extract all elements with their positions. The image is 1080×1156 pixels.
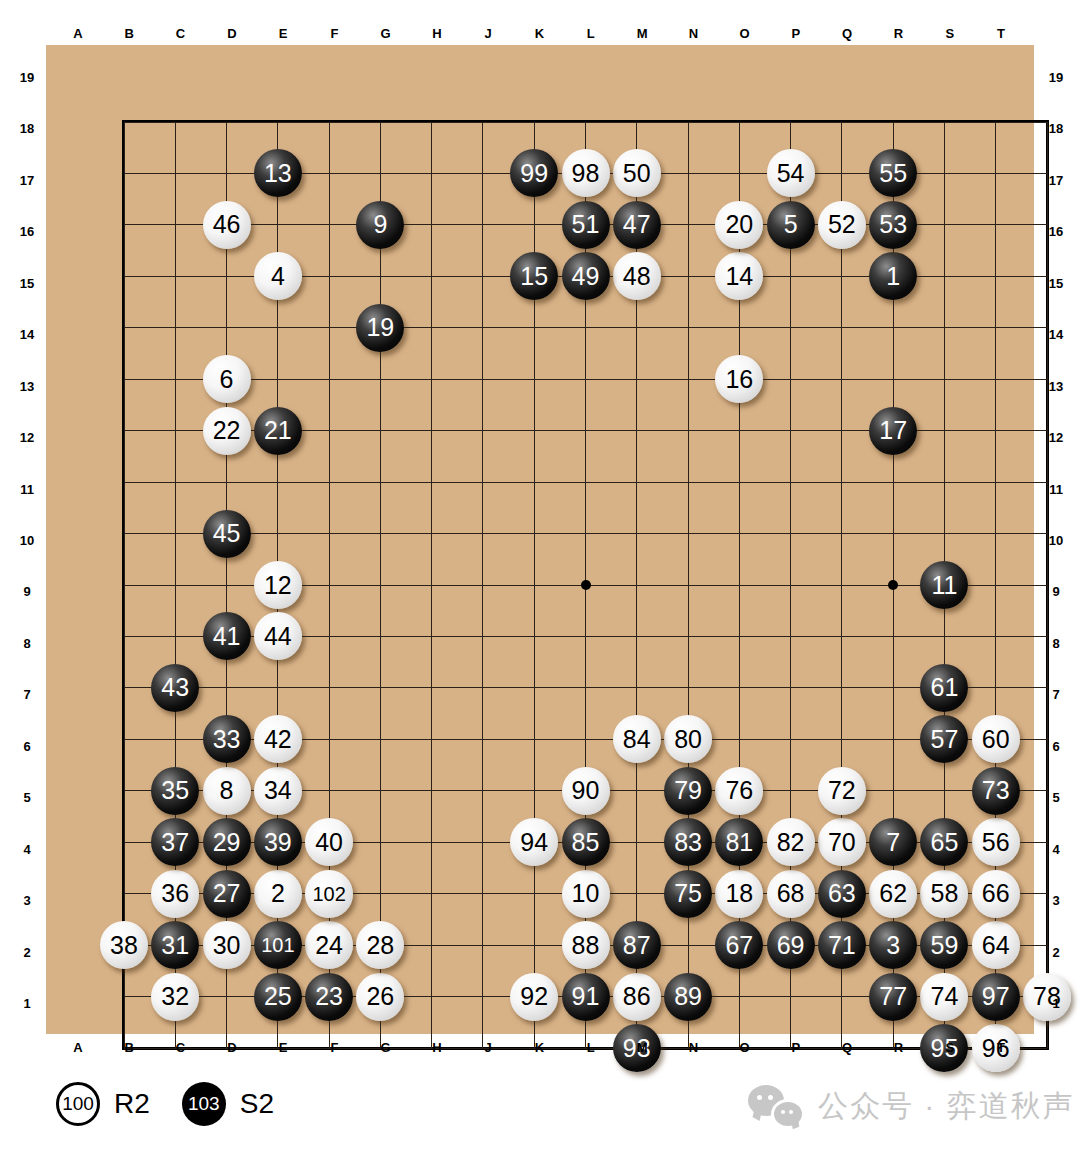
- stone-black-59: 59: [920, 921, 968, 969]
- stone-white-72: 72: [818, 767, 866, 815]
- stone-move-number: 76: [725, 778, 753, 803]
- go-board: 1234567891011121314151617181920212223242…: [46, 45, 1034, 1034]
- coord-left-13: 13: [20, 378, 34, 393]
- stone-move-number: 61: [931, 675, 959, 700]
- stone-move-number: 35: [161, 778, 189, 803]
- coord-bottom-T: T: [997, 1040, 1005, 1055]
- stone-black-71: 71: [818, 921, 866, 969]
- coord-left-10: 10: [20, 533, 34, 548]
- stone-move-number: 59: [931, 933, 959, 958]
- coord-bottom-L: L: [587, 1040, 595, 1055]
- stone-black-55: 55: [869, 149, 917, 197]
- stone-white-96: 96: [972, 1024, 1020, 1072]
- coord-bottom-H: H: [432, 1040, 441, 1055]
- stone-white-92: 92: [510, 973, 558, 1021]
- stone-white-48: 48: [613, 252, 661, 300]
- coord-left-17: 17: [20, 172, 34, 187]
- coord-bottom-O: O: [740, 1040, 750, 1055]
- coord-bottom-G: G: [381, 1040, 391, 1055]
- stone-white-34: 34: [254, 767, 302, 815]
- stone-white-38: 38: [100, 921, 148, 969]
- coord-right-8: 8: [1052, 635, 1059, 650]
- stone-move-number: 50: [623, 161, 651, 186]
- stone-black-73: 73: [972, 767, 1020, 815]
- stone-move-number: 1: [886, 264, 900, 289]
- coord-top-D: D: [227, 26, 236, 41]
- stone-move-number: 16: [725, 367, 753, 392]
- stone-move-number: 2: [271, 881, 285, 906]
- stone-white-40: 40: [305, 818, 353, 866]
- stone-white-84: 84: [613, 715, 661, 763]
- stone-move-number: 48: [623, 264, 651, 289]
- stone-black-11: 11: [920, 561, 968, 609]
- stone-white-90: 90: [562, 767, 610, 815]
- stone-move-number: 88: [572, 933, 600, 958]
- stone-move-number: 60: [982, 727, 1010, 752]
- coord-top-G: G: [381, 26, 391, 41]
- stone-move-number: 34: [264, 778, 292, 803]
- stone-move-number: 56: [982, 830, 1010, 855]
- go-board-grid: 1234567891011121314151617181920212223242…: [124, 122, 1047, 1048]
- coord-bottom-Q: Q: [842, 1040, 852, 1055]
- coord-top-F: F: [330, 26, 338, 41]
- coord-top-S: S: [945, 26, 954, 41]
- stone-move-number: 47: [623, 212, 651, 237]
- stone-move-number: 63: [828, 881, 856, 906]
- stone-white-62: 62: [869, 870, 917, 918]
- stone-move-number: 20: [725, 212, 753, 237]
- caption-stone-number: 103: [188, 1093, 220, 1115]
- coord-top-P: P: [792, 26, 801, 41]
- stone-move-number: 49: [572, 264, 600, 289]
- star-point: [888, 580, 898, 590]
- stone-white-36: 36: [151, 870, 199, 918]
- coord-left-8: 8: [23, 635, 30, 650]
- stone-move-number: 26: [366, 984, 394, 1009]
- stone-black-87: 87: [613, 921, 661, 969]
- stone-move-number: 83: [674, 830, 702, 855]
- stone-white-68: 68: [767, 870, 815, 918]
- stone-black-85: 85: [562, 818, 610, 866]
- stone-move-number: 22: [213, 418, 241, 443]
- stone-white-14: 14: [715, 252, 763, 300]
- stone-move-number: 21: [264, 418, 292, 443]
- coord-top-T: T: [997, 26, 1005, 41]
- coord-right-18: 18: [1049, 121, 1063, 136]
- stone-white-86: 86: [613, 973, 661, 1021]
- stone-black-83: 83: [664, 818, 712, 866]
- coord-top-R: R: [894, 26, 903, 41]
- coord-right-3: 3: [1052, 893, 1059, 908]
- stone-white-26: 26: [356, 973, 404, 1021]
- stone-white-10: 10: [562, 870, 610, 918]
- stone-move-number: 55: [879, 161, 907, 186]
- stone-move-number: 87: [623, 933, 651, 958]
- stone-move-number: 80: [674, 727, 702, 752]
- coord-right-11: 11: [1049, 481, 1063, 496]
- stone-move-number: 9: [373, 212, 387, 237]
- coord-top-N: N: [689, 26, 698, 41]
- stone-black-97: 97: [972, 973, 1020, 1021]
- stone-move-number: 29: [213, 830, 241, 855]
- stone-move-number: 3: [886, 933, 900, 958]
- stone-move-number: 23: [315, 984, 343, 1009]
- coord-left-4: 4: [23, 841, 30, 856]
- coord-right-9: 9: [1052, 584, 1059, 599]
- coord-right-1: 1: [1052, 996, 1059, 1011]
- stone-black-25: 25: [254, 973, 302, 1021]
- stone-black-39: 39: [254, 818, 302, 866]
- coord-right-17: 17: [1049, 172, 1063, 187]
- stone-white-58: 58: [920, 870, 968, 918]
- stone-move-number: 66: [982, 881, 1010, 906]
- stone-move-number: 70: [828, 830, 856, 855]
- coord-top-B: B: [125, 26, 134, 41]
- coord-top-H: H: [432, 26, 441, 41]
- stone-black-37: 37: [151, 818, 199, 866]
- stone-move-number: 73: [982, 778, 1010, 803]
- stone-move-number: 27: [213, 881, 241, 906]
- stone-white-82: 82: [767, 818, 815, 866]
- coord-left-1: 1: [23, 996, 30, 1011]
- stone-black-65: 65: [920, 818, 968, 866]
- stone-black-15: 15: [510, 252, 558, 300]
- wechat-icon: [748, 1082, 804, 1130]
- coord-top-Q: Q: [842, 26, 852, 41]
- stone-white-42: 42: [254, 715, 302, 763]
- stone-white-64: 64: [972, 921, 1020, 969]
- stone-move-number: 86: [623, 984, 651, 1009]
- coord-right-6: 6: [1052, 738, 1059, 753]
- stone-move-number: 69: [777, 933, 805, 958]
- stone-black-61: 61: [920, 664, 968, 712]
- stone-move-number: 15: [520, 264, 548, 289]
- stone-move-number: 89: [674, 984, 702, 1009]
- stone-move-number: 25: [264, 984, 292, 1009]
- stone-move-number: 85: [572, 830, 600, 855]
- stone-move-number: 11: [931, 573, 957, 598]
- caption-point-label: R2: [114, 1088, 150, 1120]
- grid-line-horizontal: [124, 1048, 1047, 1049]
- stone-black-29: 29: [203, 818, 251, 866]
- stone-move-number: 6: [220, 367, 234, 392]
- stone-move-number: 14: [725, 264, 753, 289]
- stone-white-20: 20: [715, 201, 763, 249]
- coord-top-J: J: [485, 26, 492, 41]
- stone-move-number: 99: [520, 161, 548, 186]
- stone-move-number: 94: [520, 830, 548, 855]
- stone-white-30: 30: [203, 921, 251, 969]
- coord-right-13: 13: [1049, 378, 1063, 393]
- stone-move-number: 19: [366, 315, 394, 340]
- stone-move-number: 38: [110, 933, 138, 958]
- stone-move-number: 101: [261, 935, 294, 955]
- stone-move-number: 84: [623, 727, 651, 752]
- stone-move-number: 17: [879, 418, 907, 443]
- coord-right-7: 7: [1052, 687, 1059, 702]
- stone-white-6: 6: [203, 355, 251, 403]
- stone-white-52: 52: [818, 201, 866, 249]
- stone-move-number: 7: [886, 830, 900, 855]
- grid-line-vertical: [1047, 122, 1048, 1048]
- stone-black-51: 51: [562, 201, 610, 249]
- stone-black-67: 67: [715, 921, 763, 969]
- stone-move-number: 65: [931, 830, 959, 855]
- stone-move-number: 68: [777, 881, 805, 906]
- stone-black-57: 57: [920, 715, 968, 763]
- stone-move-number: 44: [264, 624, 292, 649]
- stone-move-number: 52: [828, 212, 856, 237]
- stone-move-number: 77: [879, 984, 907, 1009]
- stone-black-43: 43: [151, 664, 199, 712]
- coord-bottom-N: N: [689, 1040, 698, 1055]
- stone-move-number: 30: [213, 933, 241, 958]
- stone-move-number: 92: [520, 984, 548, 1009]
- stone-white-50: 50: [613, 149, 661, 197]
- stone-move-number: 40: [315, 830, 343, 855]
- stone-move-number: 13: [264, 161, 292, 186]
- stone-move-number: 97: [982, 984, 1010, 1009]
- stone-white-16: 16: [715, 355, 763, 403]
- stone-white-12: 12: [254, 561, 302, 609]
- stone-move-number: 39: [264, 830, 292, 855]
- grid-line-horizontal: [124, 687, 1047, 688]
- stone-move-number: 91: [572, 984, 600, 1009]
- stone-black-99: 99: [510, 149, 558, 197]
- stone-black-13: 13: [254, 149, 302, 197]
- stone-black-47: 47: [613, 201, 661, 249]
- stone-black-101: 101: [254, 921, 302, 969]
- coord-left-2: 2: [23, 944, 30, 959]
- stone-move-number: 81: [725, 830, 753, 855]
- stone-white-2: 2: [254, 870, 302, 918]
- stone-move-number: 102: [312, 884, 345, 904]
- coord-bottom-K: K: [535, 1040, 544, 1055]
- coord-bottom-E: E: [279, 1040, 288, 1055]
- stone-move-number: 8: [220, 778, 234, 803]
- stone-white-8: 8: [203, 767, 251, 815]
- caption-stone-black: 103: [182, 1082, 226, 1126]
- coord-left-9: 9: [23, 584, 30, 599]
- stone-white-80: 80: [664, 715, 712, 763]
- coord-bottom-B: B: [125, 1040, 134, 1055]
- coord-left-11: 11: [20, 481, 34, 496]
- stone-white-102: 102: [305, 870, 353, 918]
- page: 1234567891011121314151617181920212223242…: [0, 0, 1080, 1156]
- stone-black-17: 17: [869, 407, 917, 455]
- coord-left-18: 18: [20, 121, 34, 136]
- caption-stone-number: 100: [62, 1093, 94, 1115]
- coord-bottom-M: M: [637, 1040, 648, 1055]
- coord-right-19: 19: [1049, 70, 1063, 85]
- stone-black-19: 19: [356, 304, 404, 352]
- coord-top-E: E: [279, 26, 288, 41]
- coord-bottom-F: F: [330, 1040, 338, 1055]
- coord-right-14: 14: [1049, 327, 1063, 342]
- stone-white-78: 78: [1023, 973, 1071, 1021]
- coord-left-12: 12: [20, 430, 34, 445]
- stone-move-number: 75: [674, 881, 702, 906]
- stone-move-number: 36: [161, 881, 189, 906]
- stone-move-number: 41: [213, 624, 241, 649]
- stone-move-number: 51: [572, 212, 600, 237]
- stone-white-18: 18: [715, 870, 763, 918]
- stone-move-number: 12: [264, 573, 292, 598]
- stone-move-number: 98: [572, 161, 600, 186]
- stone-black-63: 63: [818, 870, 866, 918]
- stone-black-31: 31: [151, 921, 199, 969]
- stone-black-9: 9: [356, 201, 404, 249]
- coord-left-14: 14: [20, 327, 34, 342]
- coord-left-3: 3: [23, 893, 30, 908]
- stone-white-56: 56: [972, 818, 1020, 866]
- coord-right-10: 10: [1049, 533, 1063, 548]
- stone-move-number: 33: [213, 727, 241, 752]
- stone-black-89: 89: [664, 973, 712, 1021]
- coord-right-2: 2: [1052, 944, 1059, 959]
- stone-white-66: 66: [972, 870, 1020, 918]
- coord-top-A: A: [73, 26, 82, 41]
- caption-stone-white: 100: [56, 1082, 100, 1126]
- stone-white-28: 28: [356, 921, 404, 969]
- coord-bottom-C: C: [176, 1040, 185, 1055]
- coord-top-L: L: [587, 26, 595, 41]
- stone-move-number: 72: [828, 778, 856, 803]
- stone-white-70: 70: [818, 818, 866, 866]
- stone-move-number: 32: [161, 984, 189, 1009]
- stone-move-number: 45: [213, 521, 241, 546]
- stone-black-91: 91: [562, 973, 610, 1021]
- stone-white-60: 60: [972, 715, 1020, 763]
- stone-move-number: 43: [161, 675, 189, 700]
- stone-white-46: 46: [203, 201, 251, 249]
- stone-black-75: 75: [664, 870, 712, 918]
- stone-move-number: 53: [879, 212, 907, 237]
- stone-black-79: 79: [664, 767, 712, 815]
- stone-black-49: 49: [562, 252, 610, 300]
- coord-top-K: K: [535, 26, 544, 41]
- stone-move-number: 82: [777, 830, 805, 855]
- stone-white-76: 76: [715, 767, 763, 815]
- stone-white-98: 98: [562, 149, 610, 197]
- stone-black-21: 21: [254, 407, 302, 455]
- stone-white-74: 74: [920, 973, 968, 1021]
- stone-white-44: 44: [254, 612, 302, 660]
- stone-black-35: 35: [151, 767, 199, 815]
- stone-move-number: 5: [784, 212, 798, 237]
- stone-white-22: 22: [203, 407, 251, 455]
- stone-white-4: 4: [254, 252, 302, 300]
- stone-black-77: 77: [869, 973, 917, 1021]
- coord-top-C: C: [176, 26, 185, 41]
- stone-move-number: 67: [725, 933, 753, 958]
- coord-left-15: 15: [20, 275, 34, 290]
- coord-left-16: 16: [20, 224, 34, 239]
- coord-bottom-J: J: [485, 1040, 492, 1055]
- stone-move-number: 46: [213, 212, 241, 237]
- coord-top-M: M: [637, 26, 648, 41]
- caption-point-label: S2: [240, 1088, 274, 1120]
- coord-right-12: 12: [1049, 430, 1063, 445]
- stone-move-number: 58: [931, 881, 959, 906]
- stone-black-81: 81: [715, 818, 763, 866]
- stone-black-1: 1: [869, 252, 917, 300]
- stone-move-number: 4: [271, 264, 285, 289]
- coord-bottom-S: S: [945, 1040, 954, 1055]
- stone-move-number: 79: [674, 778, 702, 803]
- stone-black-27: 27: [203, 870, 251, 918]
- stone-black-53: 53: [869, 201, 917, 249]
- star-point: [581, 580, 591, 590]
- stone-move-number: 96: [982, 1036, 1010, 1061]
- stone-move-number: 57: [931, 727, 959, 752]
- coord-left-5: 5: [23, 790, 30, 805]
- stone-move-number: 71: [828, 933, 856, 958]
- stone-black-5: 5: [767, 201, 815, 249]
- stone-move-number: 62: [879, 881, 907, 906]
- coord-right-16: 16: [1049, 224, 1063, 239]
- stone-move-number: 28: [366, 933, 394, 958]
- stone-white-54: 54: [767, 149, 815, 197]
- coord-left-19: 19: [20, 70, 34, 85]
- coord-bottom-A: A: [73, 1040, 82, 1055]
- stone-black-45: 45: [203, 510, 251, 558]
- coord-bottom-P: P: [792, 1040, 801, 1055]
- coord-right-5: 5: [1052, 790, 1059, 805]
- stone-move-number: 10: [572, 881, 600, 906]
- move-caption: 100 R2 103 S2: [56, 1081, 292, 1127]
- stone-move-number: 74: [931, 984, 959, 1009]
- coord-right-15: 15: [1049, 275, 1063, 290]
- watermark-text: 公众号 · 弈道秋声: [818, 1086, 1075, 1127]
- stone-move-number: 24: [315, 933, 343, 958]
- stone-black-3: 3: [869, 921, 917, 969]
- stone-white-32: 32: [151, 973, 199, 1021]
- stone-move-number: 31: [161, 933, 189, 958]
- stone-black-23: 23: [305, 973, 353, 1021]
- coord-right-4: 4: [1052, 841, 1059, 856]
- coord-left-7: 7: [23, 687, 30, 702]
- stone-move-number: 64: [982, 933, 1010, 958]
- stone-black-33: 33: [203, 715, 251, 763]
- stone-black-41: 41: [203, 612, 251, 660]
- stone-move-number: 54: [777, 161, 805, 186]
- coord-top-O: O: [740, 26, 750, 41]
- stone-black-7: 7: [869, 818, 917, 866]
- stone-move-number: 42: [264, 727, 292, 752]
- stone-white-88: 88: [562, 921, 610, 969]
- coord-left-6: 6: [23, 738, 30, 753]
- stone-black-69: 69: [767, 921, 815, 969]
- stone-white-94: 94: [510, 818, 558, 866]
- coord-bottom-D: D: [227, 1040, 236, 1055]
- coord-bottom-R: R: [894, 1040, 903, 1055]
- stone-white-24: 24: [305, 921, 353, 969]
- stone-move-number: 90: [572, 778, 600, 803]
- stone-move-number: 18: [725, 881, 753, 906]
- stone-move-number: 37: [161, 830, 189, 855]
- watermark: 公众号 · 弈道秋声: [748, 1082, 1075, 1130]
